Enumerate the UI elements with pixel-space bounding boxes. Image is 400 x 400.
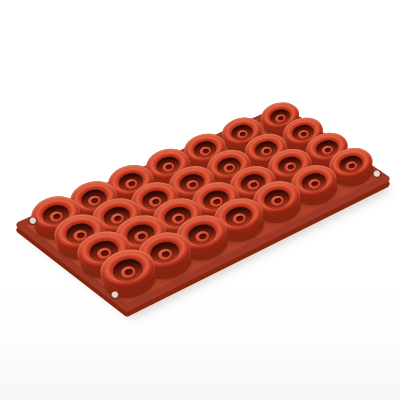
cavity [96, 244, 161, 305]
cavity-center-post [119, 265, 136, 279]
cavity-ring-well [262, 188, 291, 212]
cavity-center-post [270, 195, 285, 207]
cavity-center-post [195, 230, 211, 243]
cavity-center-dimple [202, 148, 209, 154]
cavity-center-dimple [277, 115, 283, 120]
cavity-center-dimple [198, 233, 206, 240]
cavity-center-dimple [123, 268, 132, 275]
cavity-center-post [157, 247, 173, 261]
cavity-ring-well [186, 222, 217, 248]
cavity-center-dimple [348, 163, 355, 169]
cavity-ring-well [224, 205, 254, 230]
cavity-center-dimple [161, 250, 170, 257]
cavity-center-dimple [300, 131, 307, 136]
cavity-center-post [345, 160, 358, 171]
cavity-center-dimple [236, 215, 244, 222]
cavity-ring-well [338, 154, 365, 176]
cavity-ring-well [300, 171, 328, 194]
cavity-center-dimple [310, 180, 317, 186]
mold-cavity-layer [0, 0, 400, 400]
cavity-center-dimple [273, 198, 281, 204]
cavity-center-post [232, 212, 247, 225]
cavity-center-dimple [239, 132, 246, 137]
product-photo-scene [0, 0, 400, 400]
cavity-center-post [307, 178, 321, 190]
cavity-ring-well [111, 256, 145, 284]
